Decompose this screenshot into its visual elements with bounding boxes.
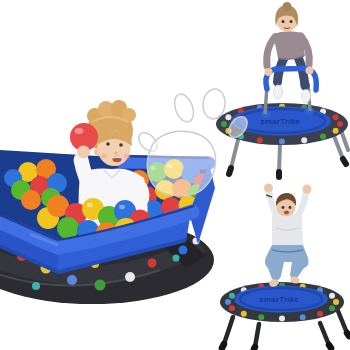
watermark-paw [135, 88, 251, 196]
paw-toe [171, 91, 197, 124]
girl [267, 2, 311, 103]
boy-hand [264, 184, 273, 193]
photo-canvas: smarTrike [0, 0, 350, 350]
girl-shoe [274, 85, 283, 99]
mat-logo-text: smarTrike [259, 295, 299, 304]
toddler-hand [77, 146, 90, 159]
handlebar-trampoline-scene: smarTrike [216, 2, 348, 177]
paw-pad [147, 131, 215, 196]
mat-logo-text: smarTrike [260, 117, 300, 126]
product-image: smarTrike [0, 0, 350, 350]
boy-hand [303, 185, 312, 194]
girl-hand [265, 68, 273, 76]
girl-shoe [302, 90, 311, 103]
floor-trampoline-scene: smarTrike [220, 184, 349, 350]
girl-hand [306, 67, 314, 75]
girl-hair-bun [283, 2, 292, 11]
boy [264, 184, 312, 288]
